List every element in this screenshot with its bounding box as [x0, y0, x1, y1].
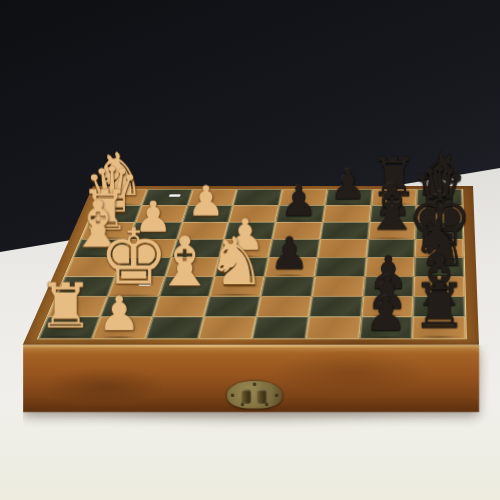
- piece-black-rook-h8[interactable]: ♜: [411, 277, 467, 336]
- square-g3[interactable]: [152, 296, 210, 317]
- square-f4[interactable]: ♞: [210, 276, 265, 296]
- square-h5[interactable]: [252, 317, 309, 339]
- square-h2[interactable]: ♟: [92, 317, 152, 339]
- piece-white-bishop-f3[interactable]: ♝: [154, 229, 215, 294]
- square-h6[interactable]: [305, 317, 360, 339]
- square-d6[interactable]: [317, 239, 367, 257]
- box-front-panel: [23, 345, 479, 412]
- piece-black-pawn-b5[interactable]: ♟: [281, 180, 318, 220]
- piece-black-pawn-e5[interactable]: ♟: [270, 232, 310, 274]
- square-f5[interactable]: [261, 276, 315, 296]
- square-e5[interactable]: ♟: [265, 258, 318, 277]
- piece-black-pawn-a6[interactable]: ♟: [330, 165, 367, 204]
- piece-white-pawn-h2[interactable]: ♟: [98, 291, 141, 336]
- square-c6[interactable]: [320, 222, 369, 239]
- square-h7[interactable]: ♟: [359, 317, 413, 339]
- square-g4[interactable]: [204, 296, 260, 317]
- photo-stage: ♞♟♜♞♛♟♟♟♛♜♟♝♝♟♚♟♞♚♝♞♟♟♝♜♟♟♜: [0, 0, 500, 500]
- piece-white-rook-h1[interactable]: ♜: [38, 277, 94, 336]
- square-f6[interactable]: [312, 276, 365, 296]
- square-h4[interactable]: [199, 317, 257, 339]
- square-a4[interactable]: [233, 189, 282, 205]
- square-h1[interactable]: ♜: [38, 317, 99, 339]
- board-scene: ♞♟♜♞♛♟♟♟♛♜♟♝♝♟♚♟♞♚♝♞♟♟♝♜♟♟♜: [0, 0, 500, 500]
- chess-board: ♞♟♜♞♛♟♟♟♛♜♟♝♝♟♚♟♞♚♝♞♟♟♝♜♟♟♜: [37, 189, 467, 339]
- square-g5[interactable]: [256, 296, 311, 317]
- square-e6[interactable]: [314, 258, 366, 277]
- piece-white-pawn-b3[interactable]: ♟: [187, 180, 224, 220]
- piece-black-pawn-h7[interactable]: ♟: [364, 291, 407, 336]
- square-g6[interactable]: [309, 296, 363, 317]
- chess-box: ♞♟♜♞♛♟♟♟♛♜♟♝♝♟♚♟♞♚♝♞♟♟♝♜♟♟♜: [23, 186, 479, 345]
- square-h3[interactable]: [145, 317, 204, 339]
- square-h8[interactable]: ♜: [412, 317, 465, 339]
- square-f3[interactable]: ♝: [159, 276, 215, 296]
- square-b5[interactable]: ♟: [276, 205, 325, 222]
- brass-clasp: [227, 381, 282, 409]
